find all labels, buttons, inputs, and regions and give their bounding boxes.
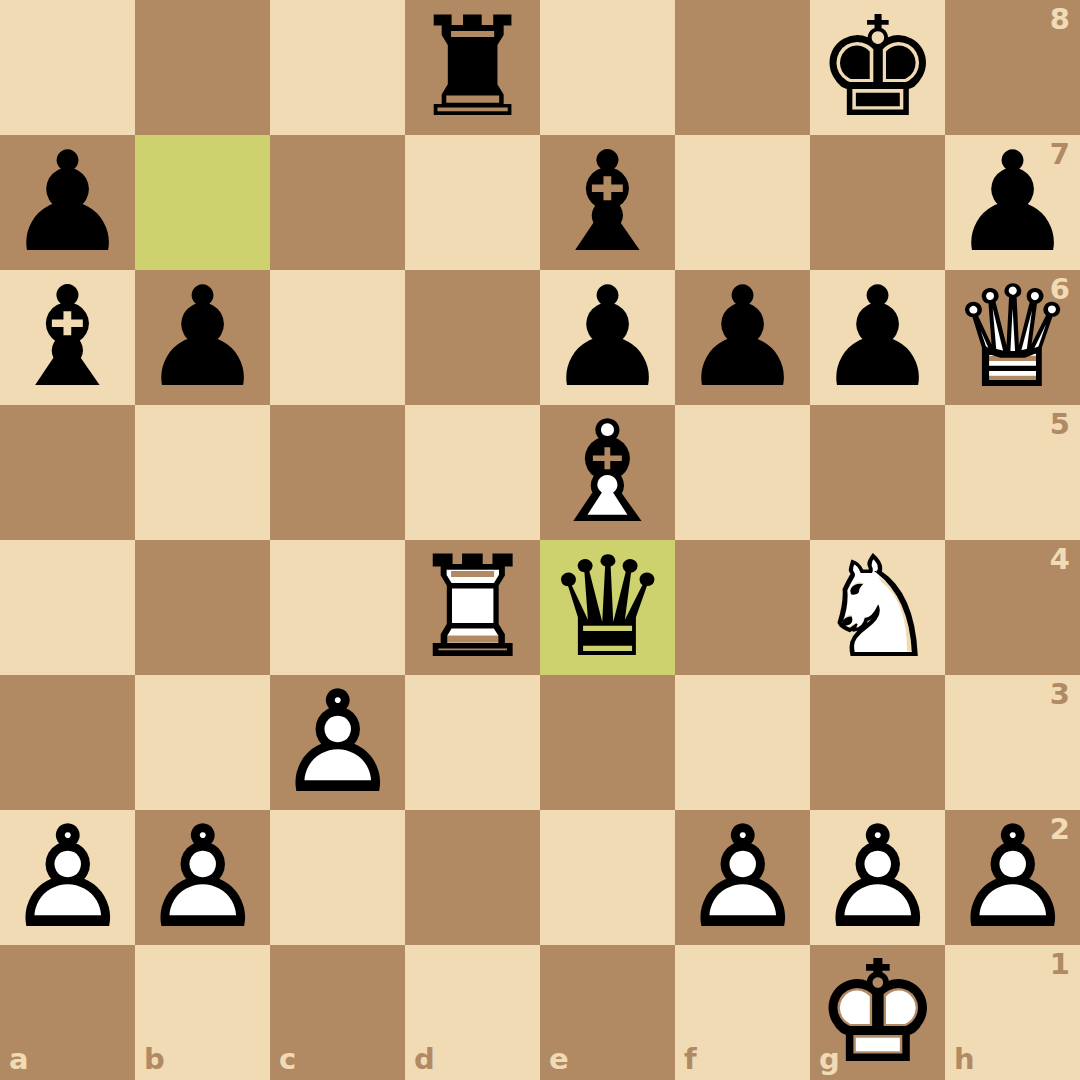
square-f7[interactable] [675,135,810,270]
square-g6[interactable]: ♟ [810,270,945,405]
black-pawn-icon[interactable]: ♟ [945,135,1080,270]
square-a6[interactable]: ♝ [0,270,135,405]
black-bishop-icon[interactable]: ♝ [0,270,135,405]
file-label-c: c [279,1045,296,1074]
square-c5[interactable] [270,405,405,540]
rank-label-8: 8 [1050,5,1070,34]
square-g5[interactable] [810,405,945,540]
black-pawn-icon[interactable]: ♟ [675,270,810,405]
square-b6[interactable]: ♟ [135,270,270,405]
square-d1[interactable]: d [405,945,540,1080]
file-label-e: e [549,1045,569,1074]
square-b7[interactable] [135,135,270,270]
square-c1[interactable]: c [270,945,405,1080]
square-b1[interactable]: b [135,945,270,1080]
square-e3[interactable] [540,675,675,810]
square-g8[interactable]: ♚ [810,0,945,135]
square-b8[interactable] [135,0,270,135]
white-pawn-icon[interactable]: ♟♙ [0,810,135,945]
white-rook-icon[interactable]: ♜♖ [405,540,540,675]
square-d6[interactable] [405,270,540,405]
black-rook-icon[interactable]: ♜ [405,0,540,135]
square-g1[interactable]: g♚♔ [810,945,945,1080]
white-knight-icon[interactable]: ♞♘ [810,540,945,675]
square-e5[interactable]: ♝♗ [540,405,675,540]
square-f4[interactable] [675,540,810,675]
file-label-d: d [414,1045,435,1074]
square-c8[interactable] [270,0,405,135]
square-f5[interactable] [675,405,810,540]
square-e6[interactable]: ♟ [540,270,675,405]
square-b4[interactable] [135,540,270,675]
square-g7[interactable] [810,135,945,270]
square-b2[interactable]: ♟♙ [135,810,270,945]
file-label-f: f [684,1045,697,1074]
square-d7[interactable] [405,135,540,270]
black-pawn-icon[interactable]: ♟ [0,135,135,270]
rank-label-4: 4 [1050,545,1070,574]
square-a7[interactable]: ♟ [0,135,135,270]
white-pawn-icon[interactable]: ♟♙ [675,810,810,945]
square-h3[interactable]: 3 [945,675,1080,810]
square-d8[interactable]: ♜ [405,0,540,135]
square-a2[interactable]: ♟♙ [0,810,135,945]
square-c2[interactable] [270,810,405,945]
square-d5[interactable] [405,405,540,540]
white-king-icon[interactable]: ♚♔ [810,945,945,1080]
black-bishop-icon[interactable]: ♝ [540,135,675,270]
file-label-h: h [954,1045,975,1074]
square-a1[interactable]: a [0,945,135,1080]
file-label-a: a [9,1045,29,1074]
square-f1[interactable]: f [675,945,810,1080]
square-f2[interactable]: ♟♙ [675,810,810,945]
square-f3[interactable] [675,675,810,810]
white-queen-icon[interactable]: ♛♕ [945,270,1080,405]
square-h1[interactable]: h1 [945,945,1080,1080]
square-h6[interactable]: 6♛♕ [945,270,1080,405]
square-g3[interactable] [810,675,945,810]
square-e8[interactable] [540,0,675,135]
square-b3[interactable] [135,675,270,810]
file-label-b: b [144,1045,165,1074]
square-h7[interactable]: 7♟ [945,135,1080,270]
square-f6[interactable]: ♟ [675,270,810,405]
square-e7[interactable]: ♝ [540,135,675,270]
square-h4[interactable]: 4 [945,540,1080,675]
black-pawn-icon[interactable]: ♟ [135,270,270,405]
white-pawn-icon[interactable]: ♟♙ [945,810,1080,945]
square-d2[interactable] [405,810,540,945]
square-h2[interactable]: 2♟♙ [945,810,1080,945]
square-d3[interactable] [405,675,540,810]
black-pawn-icon[interactable]: ♟ [540,270,675,405]
square-a5[interactable] [0,405,135,540]
square-d4[interactable]: ♜♖ [405,540,540,675]
rank-label-3: 3 [1050,680,1070,709]
chess-board: ♜♚8♟♝7♟♝♟♟♟♟6♛♕♝♗5♜♖♛♞♘4♟♙3♟♙♟♙♟♙♟♙2♟♙ab… [0,0,1080,1080]
white-pawn-icon[interactable]: ♟♙ [270,675,405,810]
white-pawn-icon[interactable]: ♟♙ [810,810,945,945]
square-f8[interactable] [675,0,810,135]
square-b5[interactable] [135,405,270,540]
square-a4[interactable] [0,540,135,675]
square-g2[interactable]: ♟♙ [810,810,945,945]
black-king-icon[interactable]: ♚ [810,0,945,135]
square-c4[interactable] [270,540,405,675]
square-g4[interactable]: ♞♘ [810,540,945,675]
square-e2[interactable] [540,810,675,945]
square-c7[interactable] [270,135,405,270]
white-pawn-icon[interactable]: ♟♙ [135,810,270,945]
square-e4[interactable]: ♛ [540,540,675,675]
square-a8[interactable] [0,0,135,135]
square-a3[interactable] [0,675,135,810]
square-c3[interactable]: ♟♙ [270,675,405,810]
square-c6[interactable] [270,270,405,405]
black-pawn-icon[interactable]: ♟ [810,270,945,405]
square-h5[interactable]: 5 [945,405,1080,540]
square-h8[interactable]: 8 [945,0,1080,135]
black-queen-icon[interactable]: ♛ [540,540,675,675]
white-bishop-icon[interactable]: ♝♗ [540,405,675,540]
square-e1[interactable]: e [540,945,675,1080]
